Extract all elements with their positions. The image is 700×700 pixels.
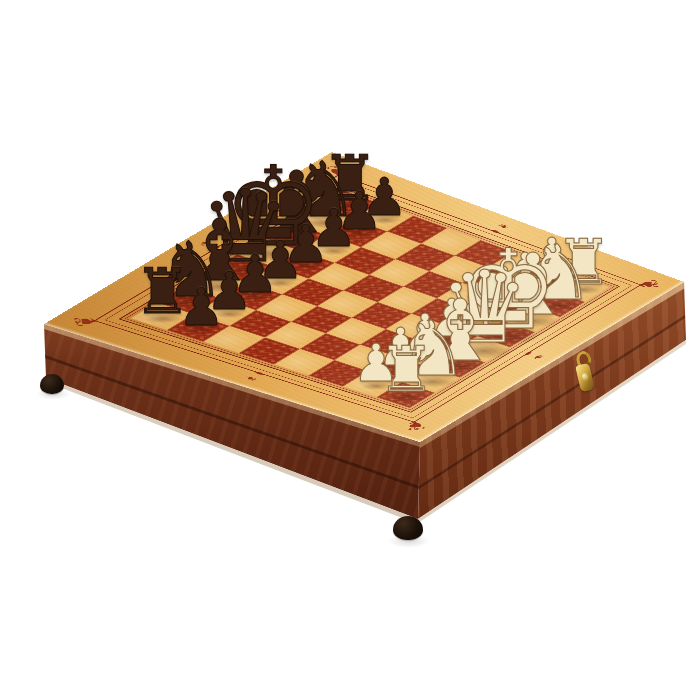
frame-diamond-icon: ◆ <box>335 172 342 176</box>
frame-diamond-icon: ◆ <box>638 283 644 287</box>
frame-diamond-icon: ◆ <box>90 319 98 323</box>
box-foot-left <box>40 374 64 394</box>
frame-diamond-icon: ◆ <box>411 421 418 425</box>
chess-set-photo: chess ❦❦❦❦❧❧❧❧◆◆◆◆◆◆◆◆ ♜♟♞♟♝♟♚♟♛♟♟♝♜♟♟♞♞… <box>0 0 700 700</box>
brass-clasp[interactable] <box>566 349 604 397</box>
box-foot-front <box>393 516 423 540</box>
